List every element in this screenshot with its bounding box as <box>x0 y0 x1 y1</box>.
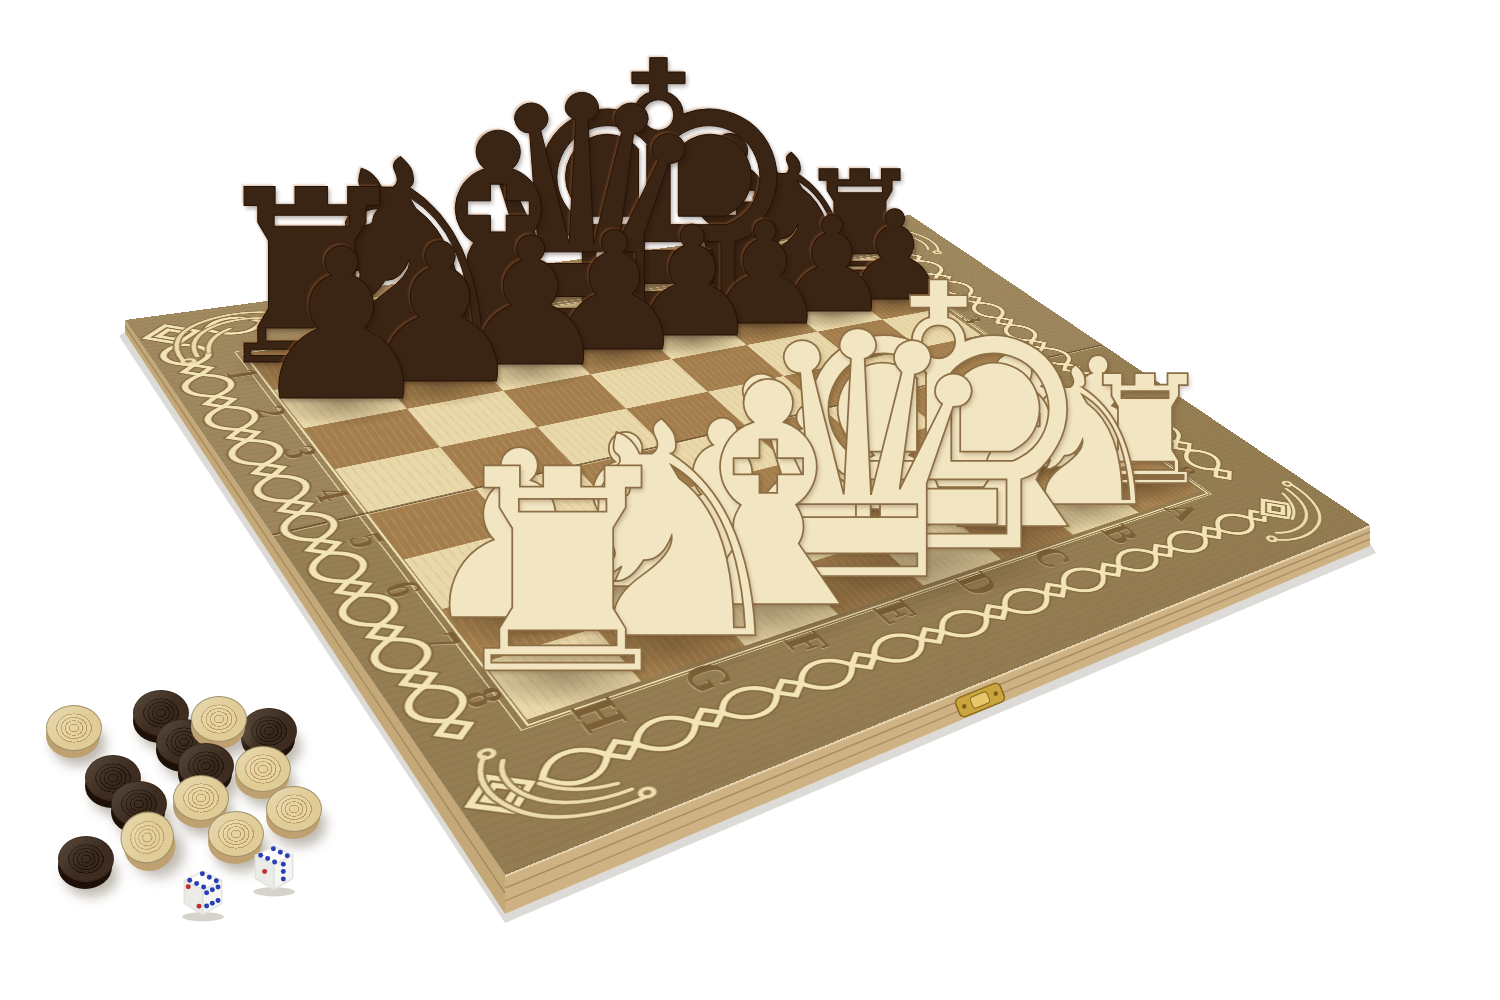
checker-face <box>266 786 322 832</box>
product-photo-scene: 1234567812345678HGFEDCBA ♜♞♝♟♚♟♛♟♝♟♞♟♜♟♟… <box>0 0 1500 1000</box>
checker-light-4 <box>191 696 245 750</box>
checker-face <box>191 696 247 742</box>
die-1 <box>179 868 227 922</box>
checker-face <box>46 705 102 751</box>
die-2 <box>250 843 298 897</box>
checker-face <box>58 836 114 882</box>
checker-dark-14 <box>58 836 112 890</box>
checkers-and-dice-layer <box>0 0 1500 1000</box>
checker-light-11 <box>266 786 320 840</box>
checker-light-5 <box>46 705 100 759</box>
